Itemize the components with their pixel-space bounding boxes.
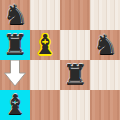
black-rook-piece[interactable]: ♜	[0, 30, 30, 60]
square-r1c2[interactable]	[60, 30, 90, 60]
square-r1c3[interactable]: ♞	[90, 30, 120, 60]
black-bishop-piece[interactable]: ♝	[30, 30, 60, 60]
black-bishop-piece[interactable]: ♝	[0, 90, 30, 120]
chess-board: ♞♜♝♞♜♝	[0, 0, 120, 120]
square-r1c1[interactable]: ♝	[30, 30, 60, 60]
square-r0c3[interactable]	[90, 0, 120, 30]
square-r3c1[interactable]	[30, 90, 60, 120]
square-r0c0[interactable]: ♞	[0, 0, 30, 30]
black-rook-piece[interactable]: ♜	[60, 60, 90, 90]
move-down-arrow-icon	[0, 60, 30, 90]
square-r2c1[interactable]	[30, 60, 60, 90]
square-r2c2[interactable]: ♜	[60, 60, 90, 90]
square-r2c0[interactable]	[0, 60, 30, 90]
square-r0c1[interactable]	[30, 0, 60, 30]
square-r2c3[interactable]	[90, 60, 120, 90]
black-knight-piece[interactable]: ♞	[0, 0, 30, 30]
black-knight-piece[interactable]: ♞	[90, 30, 120, 60]
square-r0c2[interactable]	[60, 0, 90, 30]
square-r3c2[interactable]	[60, 90, 90, 120]
square-r3c0[interactable]: ♝	[0, 90, 30, 120]
square-r3c3[interactable]	[90, 90, 120, 120]
square-r1c0[interactable]: ♜	[0, 30, 30, 60]
